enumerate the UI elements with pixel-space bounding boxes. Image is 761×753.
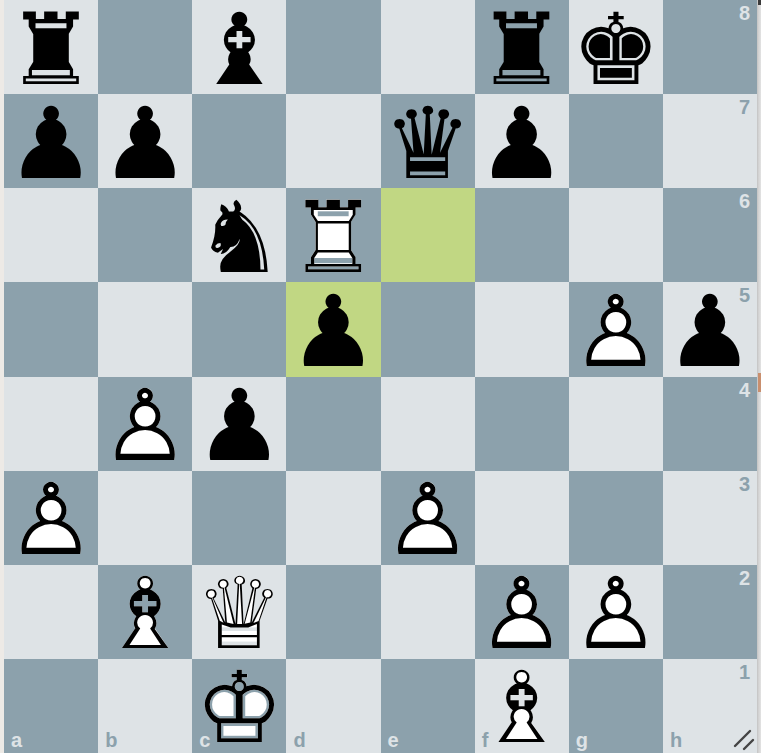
piece-black-rook[interactable]: ♜ bbox=[4, 2, 98, 96]
black-rook-glyph: ♜ bbox=[475, 2, 569, 96]
square-c1[interactable]: ♚♔ bbox=[192, 659, 286, 753]
square-g3[interactable] bbox=[569, 471, 663, 565]
square-h4[interactable] bbox=[663, 377, 757, 471]
square-h2[interactable] bbox=[663, 565, 757, 659]
piece-black-pawn[interactable]: ♟ bbox=[475, 96, 569, 190]
white-king-outline-glyph: ♔ bbox=[192, 661, 286, 753]
square-a1[interactable] bbox=[4, 659, 98, 753]
square-a4[interactable] bbox=[4, 377, 98, 471]
piece-white-pawn[interactable]: ♟♙ bbox=[4, 473, 98, 567]
square-f1[interactable]: ♝♗ bbox=[475, 659, 569, 753]
black-knight-glyph: ♞ bbox=[192, 190, 286, 284]
square-b6[interactable] bbox=[98, 188, 192, 282]
piece-black-pawn[interactable]: ♟ bbox=[286, 284, 380, 378]
square-d3[interactable] bbox=[286, 471, 380, 565]
piece-white-pawn[interactable]: ♟♙ bbox=[381, 473, 475, 567]
square-f6[interactable] bbox=[475, 188, 569, 282]
square-c3[interactable] bbox=[192, 471, 286, 565]
black-queen-glyph: ♛ bbox=[381, 96, 475, 190]
piece-white-king[interactable]: ♚♔ bbox=[192, 661, 286, 753]
square-e3[interactable]: ♟♙ bbox=[381, 471, 475, 565]
square-g4[interactable] bbox=[569, 377, 663, 471]
square-g6[interactable] bbox=[569, 188, 663, 282]
white-pawn-outline-glyph: ♙ bbox=[4, 473, 98, 567]
square-d6[interactable]: ♜♖ bbox=[286, 188, 380, 282]
white-rook-outline-glyph: ♖ bbox=[286, 190, 380, 284]
piece-black-knight[interactable]: ♞ bbox=[192, 190, 286, 284]
square-e7[interactable]: ♛ bbox=[381, 94, 475, 188]
square-f7[interactable]: ♟ bbox=[475, 94, 569, 188]
white-pawn-outline-glyph: ♙ bbox=[98, 379, 192, 473]
square-c4[interactable]: ♟ bbox=[192, 377, 286, 471]
white-pawn-outline-glyph: ♙ bbox=[569, 567, 663, 661]
white-bishop-outline-glyph: ♗ bbox=[475, 661, 569, 753]
square-h3[interactable] bbox=[663, 471, 757, 565]
square-b1[interactable] bbox=[98, 659, 192, 753]
square-a6[interactable] bbox=[4, 188, 98, 282]
square-b7[interactable]: ♟ bbox=[98, 94, 192, 188]
square-b3[interactable] bbox=[98, 471, 192, 565]
piece-white-pawn[interactable]: ♟♙ bbox=[475, 567, 569, 661]
white-bishop-outline-glyph: ♗ bbox=[98, 567, 192, 661]
piece-black-pawn[interactable]: ♟ bbox=[98, 96, 192, 190]
black-pawn-glyph: ♟ bbox=[475, 96, 569, 190]
square-d4[interactable] bbox=[286, 377, 380, 471]
piece-black-pawn[interactable]: ♟ bbox=[663, 284, 757, 378]
square-h6[interactable] bbox=[663, 188, 757, 282]
chess-board[interactable]: ♜♝♜♚♟♟♛♟♞♜♖♟♟♙♟♟♙♟♟♙♟♙♝♗♛♕♟♙♟♙♚♔♝♗876543… bbox=[4, 0, 757, 753]
square-c6[interactable]: ♞ bbox=[192, 188, 286, 282]
square-a5[interactable] bbox=[4, 282, 98, 376]
square-d1[interactable] bbox=[286, 659, 380, 753]
square-b5[interactable] bbox=[98, 282, 192, 376]
black-pawn-glyph: ♟ bbox=[4, 96, 98, 190]
square-h8[interactable] bbox=[663, 0, 757, 94]
square-f4[interactable] bbox=[475, 377, 569, 471]
piece-white-pawn[interactable]: ♟♙ bbox=[98, 379, 192, 473]
white-pawn-outline-glyph: ♙ bbox=[569, 284, 663, 378]
double-diagonal-lines-icon bbox=[731, 727, 755, 751]
black-pawn-glyph: ♟ bbox=[663, 284, 757, 378]
square-c2[interactable]: ♛♕ bbox=[192, 565, 286, 659]
square-c8[interactable]: ♝ bbox=[192, 0, 286, 94]
square-b4[interactable]: ♟♙ bbox=[98, 377, 192, 471]
black-pawn-glyph: ♟ bbox=[98, 96, 192, 190]
square-g5[interactable]: ♟♙ bbox=[569, 282, 663, 376]
square-c5[interactable] bbox=[192, 282, 286, 376]
square-a3[interactable]: ♟♙ bbox=[4, 471, 98, 565]
square-f2[interactable]: ♟♙ bbox=[475, 565, 569, 659]
piece-black-queen[interactable]: ♛ bbox=[381, 96, 475, 190]
piece-white-queen[interactable]: ♛♕ bbox=[192, 567, 286, 661]
square-g2[interactable]: ♟♙ bbox=[569, 565, 663, 659]
piece-black-pawn[interactable]: ♟ bbox=[192, 379, 286, 473]
piece-white-bishop[interactable]: ♝♗ bbox=[98, 567, 192, 661]
piece-black-king[interactable]: ♚ bbox=[569, 2, 663, 96]
square-d8[interactable] bbox=[286, 0, 380, 94]
square-h7[interactable] bbox=[663, 94, 757, 188]
square-a2[interactable] bbox=[4, 565, 98, 659]
black-rook-glyph: ♜ bbox=[4, 2, 98, 96]
square-f8[interactable]: ♜ bbox=[475, 0, 569, 94]
piece-black-bishop[interactable]: ♝ bbox=[192, 2, 286, 96]
square-b2[interactable]: ♝♗ bbox=[98, 565, 192, 659]
piece-white-pawn[interactable]: ♟♙ bbox=[569, 284, 663, 378]
square-h5[interactable]: ♟ bbox=[663, 282, 757, 376]
white-pawn-outline-glyph: ♙ bbox=[475, 567, 569, 661]
board-resize-handle[interactable] bbox=[731, 727, 755, 751]
square-e5[interactable] bbox=[381, 282, 475, 376]
square-f3[interactable] bbox=[475, 471, 569, 565]
square-c7[interactable] bbox=[192, 94, 286, 188]
white-pawn-outline-glyph: ♙ bbox=[381, 473, 475, 567]
square-e8[interactable] bbox=[381, 0, 475, 94]
black-bishop-glyph: ♝ bbox=[192, 2, 286, 96]
black-pawn-glyph: ♟ bbox=[192, 379, 286, 473]
piece-black-pawn[interactable]: ♟ bbox=[4, 96, 98, 190]
black-pawn-glyph: ♟ bbox=[286, 284, 380, 378]
square-a8[interactable]: ♜ bbox=[4, 0, 98, 94]
square-d2[interactable] bbox=[286, 565, 380, 659]
square-e6[interactable] bbox=[381, 188, 475, 282]
square-d5[interactable]: ♟ bbox=[286, 282, 380, 376]
piece-white-rook[interactable]: ♜♖ bbox=[286, 190, 380, 284]
piece-white-bishop[interactable]: ♝♗ bbox=[475, 661, 569, 753]
square-e2[interactable] bbox=[381, 565, 475, 659]
square-b8[interactable] bbox=[98, 0, 192, 94]
square-d7[interactable] bbox=[286, 94, 380, 188]
square-e4[interactable] bbox=[381, 377, 475, 471]
page-scrollbar[interactable] bbox=[757, 0, 761, 753]
square-g7[interactable] bbox=[569, 94, 663, 188]
piece-white-pawn[interactable]: ♟♙ bbox=[569, 567, 663, 661]
square-f5[interactable] bbox=[475, 282, 569, 376]
black-king-glyph: ♚ bbox=[569, 2, 663, 96]
piece-black-rook[interactable]: ♜ bbox=[475, 2, 569, 96]
square-e1[interactable] bbox=[381, 659, 475, 753]
square-a7[interactable]: ♟ bbox=[4, 94, 98, 188]
square-g8[interactable]: ♚ bbox=[569, 0, 663, 94]
white-queen-outline-glyph: ♕ bbox=[192, 567, 286, 661]
square-g1[interactable] bbox=[569, 659, 663, 753]
